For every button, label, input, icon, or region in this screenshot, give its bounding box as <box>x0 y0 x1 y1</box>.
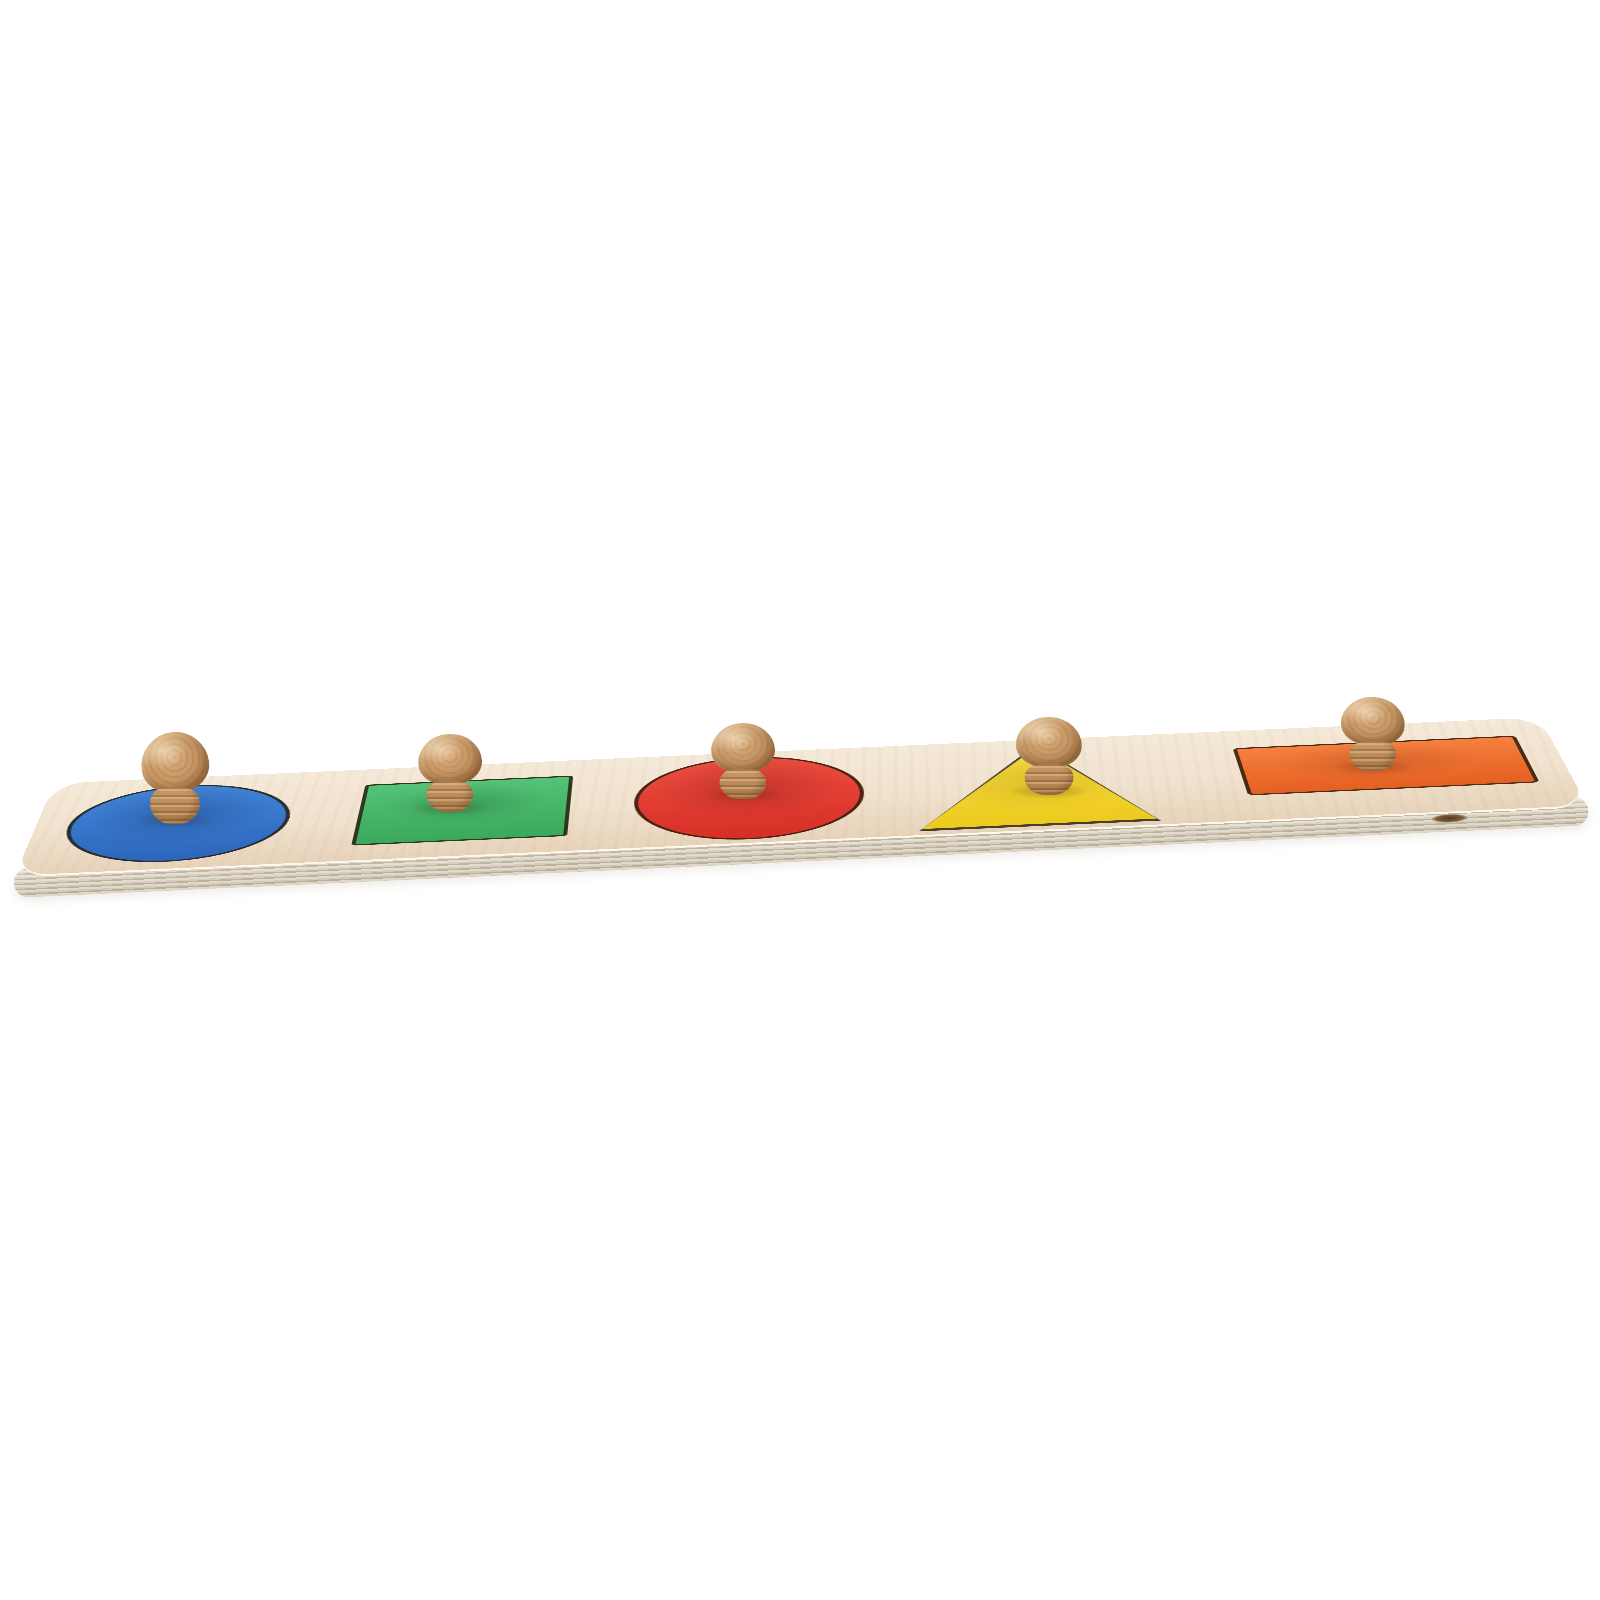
wood-knot <box>1430 813 1468 824</box>
knob-base <box>1349 741 1396 771</box>
knob-head <box>710 722 776 774</box>
knob-circle[interactable] <box>141 732 209 824</box>
knob-rectangle[interactable] <box>1341 697 1405 771</box>
knob-base <box>150 787 200 824</box>
knob-triangle[interactable] <box>1016 717 1082 795</box>
knob-head <box>1339 695 1406 748</box>
knob-base <box>1025 764 1074 795</box>
knob-head <box>1015 716 1083 770</box>
knob-square[interactable] <box>418 734 482 812</box>
product-photo-scene <box>0 0 1600 1600</box>
knob-head <box>417 732 484 787</box>
knob-base <box>426 781 473 812</box>
knob-base <box>719 769 766 799</box>
knob-oval[interactable] <box>711 723 775 799</box>
